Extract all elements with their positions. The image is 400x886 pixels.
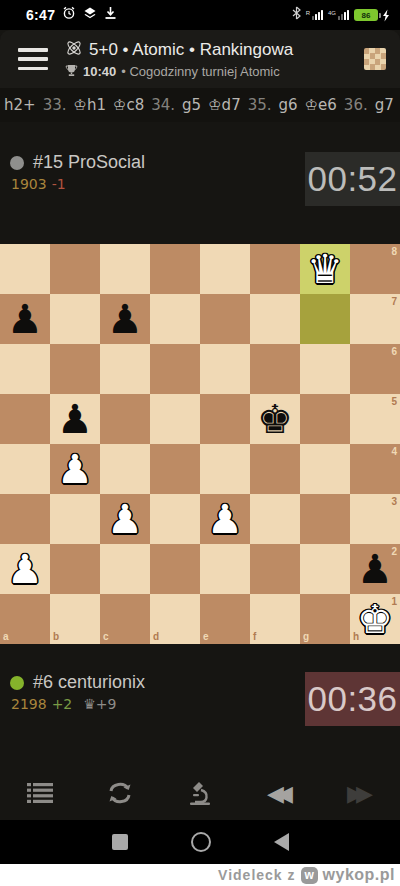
square-g3[interactable]	[300, 494, 350, 544]
watermark-brand: wykop.pl	[323, 866, 395, 884]
menu-icon[interactable]	[18, 46, 48, 72]
square-a7[interactable]: ♟	[0, 294, 50, 344]
status-bar: 6:47 R 4G 86	[0, 0, 400, 30]
move-list-button[interactable]	[0, 766, 80, 820]
previous-move-button[interactable]: ◀◀	[240, 766, 320, 820]
square-g6[interactable]	[300, 344, 350, 394]
watermark-author: Videleck z	[218, 867, 295, 883]
rank-label-2: 2	[391, 547, 397, 557]
file-label-a: a	[3, 632, 9, 642]
white-queen-g8: ♛	[300, 244, 350, 294]
square-b2[interactable]	[50, 544, 100, 594]
game-toolbar: ◀◀ ▶▶	[0, 766, 400, 820]
black-king-f5: ♚	[250, 394, 300, 444]
square-b6[interactable]	[50, 344, 100, 394]
square-g5[interactable]	[300, 394, 350, 444]
move-token[interactable]: ♔h1	[73, 96, 106, 114]
move-token[interactable]: g6	[279, 96, 298, 114]
square-e8[interactable]	[200, 244, 250, 294]
square-e5[interactable]	[200, 394, 250, 444]
alarm-icon	[62, 6, 76, 24]
rank-label-1: 1	[391, 597, 397, 607]
white-pawn-c3: ♟	[100, 494, 150, 544]
white-pawn-a2: ♟	[0, 544, 50, 594]
file-label-b: b	[53, 632, 59, 642]
atomic-variant-icon	[65, 39, 83, 62]
square-b4[interactable]: ♟	[50, 444, 100, 494]
square-e3[interactable]: ♟	[200, 494, 250, 544]
file-label-f: f	[253, 632, 256, 642]
black-pawn-a7: ♟	[0, 294, 50, 344]
watermark: Videleck z w wykop.pl	[0, 864, 400, 886]
bottom-player-name[interactable]: #6 centurionix	[33, 672, 145, 693]
android-nav-bar	[0, 820, 400, 864]
online-dot-icon	[10, 676, 24, 690]
square-g4[interactable]	[300, 444, 350, 494]
material-advantage: ♛+9	[83, 696, 116, 712]
square-f5[interactable]: ♚	[250, 394, 300, 444]
tournament-clock: 10:40	[83, 64, 116, 79]
square-a5[interactable]	[0, 394, 50, 444]
rank-label-3: 3	[391, 497, 397, 507]
square-d5[interactable]	[150, 394, 200, 444]
home-button-icon[interactable]	[191, 832, 211, 852]
square-b5[interactable]: ♟	[50, 394, 100, 444]
square-f1[interactable]: f	[250, 594, 300, 644]
square-f4[interactable]	[250, 444, 300, 494]
move-number[interactable]: 34.	[151, 96, 175, 114]
square-h3[interactable]: 3	[350, 494, 400, 544]
square-c6[interactable]	[100, 344, 150, 394]
black-pawn-c7: ♟	[100, 294, 150, 344]
signal-r-icon: R	[306, 10, 323, 20]
rank-label-6: 6	[391, 347, 397, 357]
layers-icon	[83, 6, 97, 24]
analysis-button[interactable]	[160, 766, 240, 820]
square-f3[interactable]	[250, 494, 300, 544]
white-pawn-b4: ♟	[50, 444, 100, 494]
square-c3[interactable]: ♟	[100, 494, 150, 544]
bottom-player-rating-diff: +2	[52, 696, 73, 712]
square-h4[interactable]: 4	[350, 444, 400, 494]
square-c5[interactable]	[100, 394, 150, 444]
top-player-row: #15 ProSocial 1903 -1 00:52	[0, 150, 400, 206]
move-number[interactable]: 35.	[248, 96, 272, 114]
file-label-c: c	[103, 632, 109, 642]
square-c2[interactable]	[100, 544, 150, 594]
square-b1[interactable]: b	[50, 594, 100, 644]
move-token[interactable]: ♔d7	[208, 96, 241, 114]
rank-label-4: 4	[391, 447, 397, 457]
square-b8[interactable]	[50, 244, 100, 294]
square-f7[interactable]	[250, 294, 300, 344]
file-label-e: e	[203, 632, 209, 642]
black-pawn-b5: ♟	[50, 394, 100, 444]
white-side-dot-icon	[10, 156, 24, 170]
bottom-player-clock: 00:36	[305, 672, 400, 726]
square-b3[interactable]	[50, 494, 100, 544]
chess-board[interactable]: ♛8♟♟76♟♚5♟4♟♟3♟2♟abcdefg1h♚	[0, 244, 400, 644]
square-c7[interactable]: ♟	[100, 294, 150, 344]
square-f2[interactable]	[250, 544, 300, 594]
square-g1[interactable]: g	[300, 594, 350, 644]
square-h7[interactable]: 7	[350, 294, 400, 344]
square-c1[interactable]: c	[100, 594, 150, 644]
move-number[interactable]: 36.	[344, 96, 368, 114]
move-token[interactable]: ♔e6	[305, 96, 337, 114]
status-time: 6:47	[26, 7, 55, 23]
file-label-d: d	[153, 632, 159, 642]
square-f8[interactable]	[250, 244, 300, 294]
move-number[interactable]: 33.	[43, 96, 67, 114]
square-d3[interactable]	[150, 494, 200, 544]
square-e4[interactable]	[200, 444, 250, 494]
move-token[interactable]: g7	[375, 96, 394, 114]
bluetooth-icon	[292, 6, 301, 24]
square-e2[interactable]	[200, 544, 250, 594]
move-token[interactable]: h2+	[4, 96, 36, 114]
microscope-icon	[185, 778, 215, 808]
top-player-rating: 1903	[11, 176, 47, 192]
file-label-g: g	[303, 632, 309, 642]
signal-4g-icon: 4G	[328, 10, 349, 20]
square-a3[interactable]	[0, 494, 50, 544]
square-a4[interactable]	[0, 444, 50, 494]
rank-label-5: 5	[391, 397, 397, 407]
move-list[interactable]: h2+33.♔h1♔c834.g5♔d735.g6♔e636.g7♔f537.g…	[0, 88, 400, 122]
square-d2[interactable]	[150, 544, 200, 594]
rank-label-8: 8	[391, 247, 397, 257]
square-d1[interactable]: d	[150, 594, 200, 644]
board-thumbnail-icon[interactable]	[364, 48, 386, 70]
square-c4[interactable]	[100, 444, 150, 494]
charging-bolt-icon	[382, 9, 390, 22]
move-token[interactable]: ♔c8	[113, 96, 144, 114]
square-g8[interactable]: ♛	[300, 244, 350, 294]
square-e1[interactable]: e	[200, 594, 250, 644]
rewind-icon: ◀◀	[267, 781, 293, 806]
square-a1[interactable]: a	[0, 594, 50, 644]
square-g2[interactable]	[300, 544, 350, 594]
square-d6[interactable]	[150, 344, 200, 394]
download-icon	[104, 6, 117, 24]
next-move-button[interactable]: ▶▶	[320, 766, 400, 820]
fast-forward-icon: ▶▶	[347, 781, 373, 806]
square-g7[interactable]	[300, 294, 350, 344]
game-title: 5+0 • Atomic • Rankingowa	[89, 40, 293, 60]
cycle-arrows-icon	[105, 778, 135, 808]
white-pawn-e3: ♟	[200, 494, 250, 544]
rank-label-7: 7	[391, 297, 397, 307]
recents-button-icon[interactable]	[112, 834, 128, 850]
square-d4[interactable]	[150, 444, 200, 494]
top-player-rating-diff: -1	[52, 176, 66, 192]
square-d7[interactable]	[150, 294, 200, 344]
file-label-h: h	[353, 632, 359, 642]
back-button-icon[interactable]	[274, 833, 289, 851]
square-h5[interactable]: 5	[350, 394, 400, 444]
trophy-icon	[65, 64, 78, 80]
wykop-logo-icon: w	[301, 867, 318, 884]
square-d8[interactable]	[150, 244, 200, 294]
tournament-name: • Cogodzinny turniej Atomic	[121, 64, 279, 79]
square-a2[interactable]: ♟	[0, 544, 50, 594]
bottom-player-row: #6 centurionix 2198 +2 ♛+9 00:36	[0, 670, 400, 726]
square-h2[interactable]: 2♟	[350, 544, 400, 594]
queen-material-icon: ♛	[83, 696, 96, 712]
battery-icon: 86	[354, 9, 390, 22]
square-a6[interactable]	[0, 344, 50, 394]
square-h8[interactable]: 8	[350, 244, 400, 294]
square-c8[interactable]	[100, 244, 150, 294]
app-header: 5+0 • Atomic • Rankingowa 10:40 • Cogodz…	[0, 30, 400, 88]
square-f6[interactable]	[250, 344, 300, 394]
bottom-player-rating: 2198	[11, 696, 47, 712]
move-token[interactable]: g5	[182, 96, 201, 114]
square-e7[interactable]	[200, 294, 250, 344]
top-player-clock: 00:52	[305, 152, 400, 206]
square-e6[interactable]	[200, 344, 250, 394]
square-h1[interactable]: 1h♚	[350, 594, 400, 644]
top-player-name[interactable]: #15 ProSocial	[33, 152, 145, 173]
rematch-button[interactable]	[80, 766, 160, 820]
square-a8[interactable]	[0, 244, 50, 294]
phone-screen: 6:47 R 4G 86	[0, 0, 400, 886]
list-icon	[25, 778, 55, 808]
square-h6[interactable]: 6	[350, 344, 400, 394]
square-b7[interactable]	[50, 294, 100, 344]
